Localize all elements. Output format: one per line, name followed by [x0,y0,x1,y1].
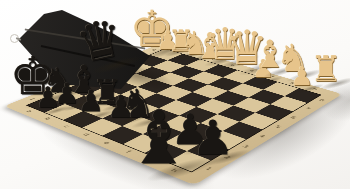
rank-label-3: 3 [239,144,251,149]
rank-label-8: 8 [316,98,327,102]
rank-label-7: 7 [302,107,313,111]
chess-set-product-photo: aabbccddeeffgghh1122334455667788 ♚♟♜♞♝♛♛… [0,0,350,189]
rank-label-5: 5 [272,124,283,129]
zipper-pull-icon [10,34,19,43]
rank-label-6: 6 [287,115,298,120]
rank-label-4: 4 [256,134,268,139]
black-pawn-piece: ♟ [192,114,234,161]
camel-rook-piece: ♜ [310,51,342,86]
zipper-tab-icon [16,37,21,41]
rank-label-1: 1 [202,166,215,172]
